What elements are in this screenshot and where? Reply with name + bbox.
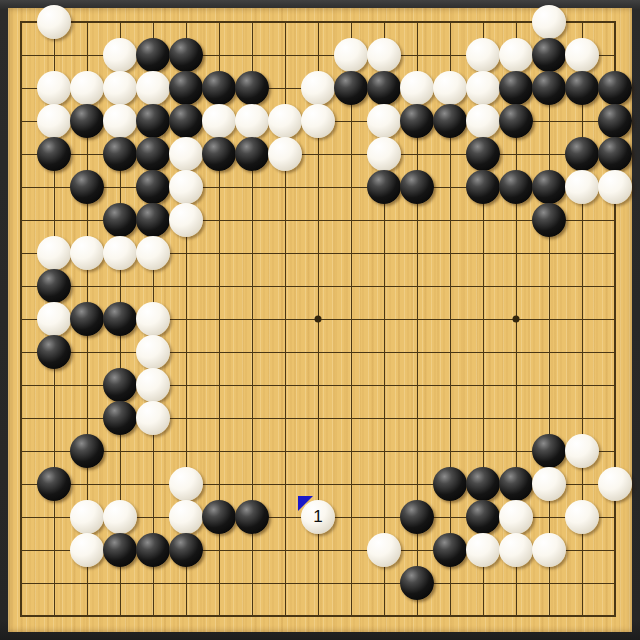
black-stone[interactable] — [169, 71, 203, 105]
black-stone[interactable] — [466, 137, 500, 171]
white-stone[interactable] — [268, 137, 302, 171]
white-stone[interactable] — [136, 401, 170, 435]
black-stone[interactable] — [136, 203, 170, 237]
white-stone[interactable] — [37, 71, 71, 105]
black-stone[interactable] — [136, 38, 170, 72]
black-stone[interactable] — [400, 566, 434, 600]
go-board[interactable]: 1 — [8, 8, 632, 632]
white-stone[interactable] — [169, 467, 203, 501]
black-stone[interactable] — [235, 500, 269, 534]
white-stone[interactable] — [70, 236, 104, 270]
black-stone[interactable] — [103, 533, 137, 567]
black-stone[interactable] — [400, 104, 434, 138]
black-stone[interactable] — [367, 170, 401, 204]
white-stone[interactable] — [532, 533, 566, 567]
star-point — [315, 316, 322, 323]
white-stone[interactable] — [301, 71, 335, 105]
black-stone[interactable] — [136, 137, 170, 171]
black-stone[interactable] — [466, 170, 500, 204]
white-stone[interactable] — [565, 38, 599, 72]
white-stone[interactable] — [235, 104, 269, 138]
black-stone[interactable] — [598, 137, 632, 171]
black-stone[interactable] — [169, 104, 203, 138]
white-stone[interactable] — [334, 38, 368, 72]
white-stone[interactable] — [466, 38, 500, 72]
black-stone[interactable] — [235, 71, 269, 105]
white-stone[interactable] — [103, 104, 137, 138]
black-stone[interactable] — [499, 467, 533, 501]
black-stone[interactable] — [433, 104, 467, 138]
white-stone[interactable] — [136, 368, 170, 402]
black-stone[interactable] — [136, 104, 170, 138]
black-stone[interactable] — [37, 335, 71, 369]
black-stone[interactable] — [598, 104, 632, 138]
black-stone[interactable] — [202, 137, 236, 171]
black-stone[interactable] — [169, 38, 203, 72]
black-stone[interactable] — [499, 71, 533, 105]
white-stone[interactable] — [37, 5, 71, 39]
black-stone[interactable] — [70, 302, 104, 336]
move-number-label: 1 — [301, 500, 335, 534]
white-stone[interactable] — [598, 170, 632, 204]
white-stone[interactable] — [37, 104, 71, 138]
black-stone[interactable] — [235, 137, 269, 171]
white-stone[interactable] — [499, 533, 533, 567]
white-stone[interactable] — [37, 302, 71, 336]
black-stone[interactable] — [466, 500, 500, 534]
black-stone[interactable] — [433, 533, 467, 567]
black-stone[interactable] — [37, 269, 71, 303]
white-stone[interactable] — [532, 5, 566, 39]
black-stone[interactable] — [202, 500, 236, 534]
white-stone[interactable] — [37, 236, 71, 270]
black-stone[interactable] — [70, 434, 104, 468]
black-stone[interactable] — [202, 71, 236, 105]
white-stone[interactable] — [400, 71, 434, 105]
black-stone[interactable] — [532, 170, 566, 204]
white-stone[interactable] — [598, 467, 632, 501]
white-stone[interactable] — [169, 137, 203, 171]
black-stone[interactable] — [433, 467, 467, 501]
white-stone[interactable] — [367, 104, 401, 138]
white-stone[interactable] — [103, 500, 137, 534]
black-stone[interactable] — [565, 71, 599, 105]
white-stone[interactable] — [169, 500, 203, 534]
black-stone[interactable] — [532, 38, 566, 72]
black-stone[interactable] — [565, 137, 599, 171]
white-stone[interactable] — [367, 137, 401, 171]
white-stone[interactable] — [136, 335, 170, 369]
white-stone[interactable] — [565, 500, 599, 534]
black-stone[interactable] — [334, 71, 368, 105]
black-stone[interactable] — [598, 71, 632, 105]
black-stone[interactable] — [466, 467, 500, 501]
white-stone[interactable] — [70, 500, 104, 534]
white-stone[interactable] — [103, 71, 137, 105]
black-stone[interactable] — [400, 170, 434, 204]
black-stone[interactable] — [499, 104, 533, 138]
white-stone[interactable] — [499, 38, 533, 72]
black-stone[interactable] — [169, 533, 203, 567]
white-stone[interactable] — [136, 236, 170, 270]
black-stone[interactable] — [367, 71, 401, 105]
black-stone[interactable] — [70, 170, 104, 204]
black-stone[interactable] — [532, 71, 566, 105]
white-stone[interactable] — [367, 38, 401, 72]
black-stone[interactable] — [103, 137, 137, 171]
black-stone[interactable] — [499, 170, 533, 204]
white-stone[interactable] — [136, 71, 170, 105]
white-stone[interactable] — [136, 302, 170, 336]
black-stone[interactable] — [103, 203, 137, 237]
white-stone[interactable] — [202, 104, 236, 138]
white-stone[interactable] — [499, 500, 533, 534]
white-stone[interactable] — [433, 71, 467, 105]
white-stone[interactable] — [169, 203, 203, 237]
white-stone[interactable] — [169, 170, 203, 204]
star-point — [513, 316, 520, 323]
white-stone[interactable] — [70, 71, 104, 105]
black-stone[interactable] — [37, 467, 71, 501]
white-stone[interactable] — [466, 104, 500, 138]
marked-move-stone[interactable]: 1 — [301, 500, 335, 534]
black-stone[interactable] — [37, 137, 71, 171]
white-stone[interactable] — [466, 71, 500, 105]
black-stone[interactable] — [532, 203, 566, 237]
white-stone[interactable] — [367, 533, 401, 567]
black-stone[interactable] — [103, 302, 137, 336]
black-stone[interactable] — [532, 434, 566, 468]
white-stone[interactable] — [532, 467, 566, 501]
black-stone[interactable] — [103, 401, 137, 435]
white-stone[interactable] — [301, 104, 335, 138]
black-stone[interactable] — [136, 170, 170, 204]
white-stone[interactable] — [70, 533, 104, 567]
black-stone[interactable] — [136, 533, 170, 567]
white-stone[interactable] — [103, 236, 137, 270]
black-stone[interactable] — [103, 368, 137, 402]
white-stone[interactable] — [103, 38, 137, 72]
board-frame: 1 — [0, 0, 640, 640]
white-stone[interactable] — [466, 533, 500, 567]
white-stone[interactable] — [565, 434, 599, 468]
white-stone[interactable] — [565, 170, 599, 204]
black-stone[interactable] — [400, 500, 434, 534]
black-stone[interactable] — [70, 104, 104, 138]
white-stone[interactable] — [268, 104, 302, 138]
